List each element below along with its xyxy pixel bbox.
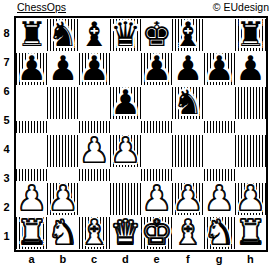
square-d6[interactable]: ♟ xyxy=(110,86,141,120)
square-d3[interactable] xyxy=(110,168,141,182)
square-d1[interactable]: ♛ xyxy=(110,216,141,250)
square-h7[interactable]: ♟ xyxy=(235,52,266,86)
square-c8[interactable]: ♝ xyxy=(79,18,110,52)
square-f2[interactable]: ♟ xyxy=(172,182,203,216)
square-c4[interactable]: ♟ xyxy=(79,134,110,168)
square-a8[interactable]: ♜ xyxy=(16,18,47,52)
copyright-notice: © EUdesign xyxy=(213,1,269,13)
rank-label-1: 1 xyxy=(0,221,13,250)
white-bishop-f1: ♝ xyxy=(173,215,203,249)
rank-label-3: 3 xyxy=(0,163,13,192)
square-e8[interactable]: ♚ xyxy=(141,18,172,52)
rank-label-5: 5 xyxy=(0,105,13,134)
square-b5[interactable] xyxy=(47,120,78,134)
square-f7[interactable]: ♟ xyxy=(172,52,203,86)
square-c7[interactable]: ♟ xyxy=(79,52,110,86)
white-queen-d1: ♛ xyxy=(110,215,140,249)
white-rook-a1: ♜ xyxy=(16,215,46,249)
square-g2[interactable]: ♟ xyxy=(204,182,235,216)
square-b8[interactable]: ♞ xyxy=(47,18,78,52)
file-labels: abcdefgh xyxy=(16,251,266,267)
black-pawn-g7: ♟ xyxy=(204,51,234,85)
square-a5[interactable] xyxy=(16,120,47,134)
square-f5[interactable] xyxy=(172,120,203,134)
board: ♜♞♝♛♚♝♜♟♟♟♟♟♟♟♟♞♟♟♟♟♟♟♟♟♜♞♝♛♚♝♞♜ xyxy=(14,16,268,252)
square-a4[interactable] xyxy=(16,134,47,168)
square-c3[interactable] xyxy=(79,168,110,182)
square-h8[interactable]: ♜ xyxy=(235,18,266,52)
white-pawn-e2: ♟ xyxy=(141,181,171,215)
square-e4[interactable] xyxy=(141,134,172,168)
square-a6[interactable] xyxy=(16,86,47,120)
black-pawn-c7: ♟ xyxy=(79,51,109,85)
rank-label-7: 7 xyxy=(0,47,13,76)
file-label-h: h xyxy=(235,251,266,267)
file-label-g: g xyxy=(204,251,235,267)
square-a1[interactable]: ♜ xyxy=(16,216,47,250)
black-knight-b8: ♞ xyxy=(48,17,78,51)
black-knight-f6: ♞ xyxy=(173,85,203,119)
square-g4[interactable] xyxy=(204,134,235,168)
rank-label-4: 4 xyxy=(0,134,13,163)
black-pawn-h7: ♟ xyxy=(235,51,265,85)
white-rook-h1: ♜ xyxy=(235,215,265,249)
square-h5[interactable] xyxy=(235,120,266,134)
black-pawn-e7: ♟ xyxy=(141,51,171,85)
black-king-e8: ♚ xyxy=(141,17,171,51)
black-pawn-d6: ♟ xyxy=(110,85,140,119)
square-d8[interactable]: ♛ xyxy=(110,18,141,52)
file-label-c: c xyxy=(79,251,110,267)
square-e5[interactable] xyxy=(141,120,172,134)
square-h2[interactable]: ♟ xyxy=(235,182,266,216)
square-a7[interactable]: ♟ xyxy=(16,52,47,86)
square-c2[interactable] xyxy=(79,182,110,216)
square-d7[interactable] xyxy=(110,52,141,86)
square-b7[interactable]: ♟ xyxy=(47,52,78,86)
black-rook-a8: ♜ xyxy=(16,17,46,51)
black-pawn-a7: ♟ xyxy=(16,51,46,85)
square-h6[interactable] xyxy=(235,86,266,120)
black-bishop-f8: ♝ xyxy=(173,17,203,51)
file-label-d: d xyxy=(110,251,141,267)
square-f1[interactable]: ♝ xyxy=(172,216,203,250)
black-bishop-c8: ♝ xyxy=(79,17,109,51)
white-knight-b1: ♞ xyxy=(48,215,78,249)
rank-labels: 87654321 xyxy=(0,18,13,250)
square-h4[interactable] xyxy=(235,134,266,168)
chessops-title-link[interactable]: ChessOps xyxy=(17,1,66,13)
square-d2[interactable] xyxy=(110,182,141,216)
square-d4[interactable]: ♟ xyxy=(110,134,141,168)
square-f8[interactable]: ♝ xyxy=(172,18,203,52)
square-g7[interactable]: ♟ xyxy=(204,52,235,86)
square-g5[interactable] xyxy=(204,120,235,134)
square-h1[interactable]: ♜ xyxy=(235,216,266,250)
white-pawn-b2: ♟ xyxy=(48,181,78,215)
square-b2[interactable]: ♟ xyxy=(47,182,78,216)
file-label-f: f xyxy=(172,251,203,267)
white-pawn-d4: ♟ xyxy=(110,133,140,167)
square-c6[interactable] xyxy=(79,86,110,120)
square-g6[interactable] xyxy=(204,86,235,120)
white-bishop-c1: ♝ xyxy=(79,215,109,249)
white-knight-g1: ♞ xyxy=(204,215,234,249)
white-pawn-a2: ♟ xyxy=(16,181,46,215)
square-b4[interactable] xyxy=(47,134,78,168)
chessops-diagram-page: ChessOps © EUdesign 87654321 ♜♞♝♛♚♝♜♟♟♟♟… xyxy=(0,0,270,270)
square-e2[interactable]: ♟ xyxy=(141,182,172,216)
rank-label-6: 6 xyxy=(0,76,13,105)
white-pawn-f2: ♟ xyxy=(173,181,203,215)
square-e1[interactable]: ♚ xyxy=(141,216,172,250)
square-g1[interactable]: ♞ xyxy=(204,216,235,250)
black-pawn-f7: ♟ xyxy=(173,51,203,85)
black-pawn-b7: ♟ xyxy=(48,51,78,85)
square-e7[interactable]: ♟ xyxy=(141,52,172,86)
square-a2[interactable]: ♟ xyxy=(16,182,47,216)
white-pawn-h2: ♟ xyxy=(235,181,265,215)
square-e6[interactable] xyxy=(141,86,172,120)
white-pawn-g2: ♟ xyxy=(204,181,234,215)
black-rook-h8: ♜ xyxy=(235,17,265,51)
square-b1[interactable]: ♞ xyxy=(47,216,78,250)
square-g8[interactable] xyxy=(204,18,235,52)
square-b6[interactable] xyxy=(47,86,78,120)
rank-label-2: 2 xyxy=(0,192,13,221)
square-f4[interactable] xyxy=(172,134,203,168)
square-f6[interactable]: ♞ xyxy=(172,86,203,120)
file-label-b: b xyxy=(47,251,78,267)
white-pawn-c4: ♟ xyxy=(79,133,109,167)
file-label-e: e xyxy=(141,251,172,267)
white-king-e1: ♚ xyxy=(141,215,171,249)
rank-label-8: 8 xyxy=(0,18,13,47)
black-queen-d8: ♛ xyxy=(110,17,140,51)
file-label-a: a xyxy=(16,251,47,267)
square-c1[interactable]: ♝ xyxy=(79,216,110,250)
